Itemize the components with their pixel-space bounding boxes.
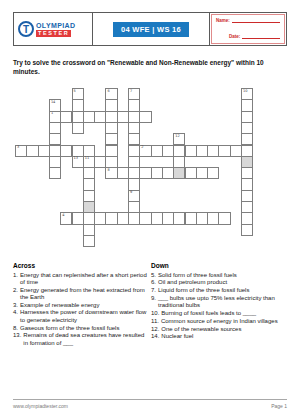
grid-cell[interactable] — [218, 212, 230, 224]
clue-item: 12.One of the renewable sources — [151, 326, 292, 333]
clue-number: 3 — [17, 146, 19, 150]
clue-item-text: Harnesses the power of downstream water … — [20, 309, 149, 324]
clue-number: 11 — [85, 157, 89, 161]
clue-item: 14.Nuclear fuel — [151, 333, 292, 340]
clue-number: 10 — [243, 90, 247, 94]
clue-item-number: 6. — [151, 279, 156, 286]
instructions-text: Try to solve the crossword on "Renewable… — [13, 59, 290, 76]
clue-number: 8 — [107, 169, 109, 173]
clue-item-number: 12. — [151, 326, 159, 333]
down-heading: Down — [151, 262, 292, 269]
worksheet-page: T OLYMPIAD TESTER 04 WFE | WS 16 Name: D… — [0, 0, 300, 420]
header: T OLYMPIAD TESTER 04 WFE | WS 16 Name: D… — [13, 12, 287, 46]
grid-cell[interactable] — [72, 122, 84, 134]
worksheet-code-badge: 04 WFE | WS 16 — [113, 22, 189, 37]
clue-number: 5 — [74, 90, 76, 94]
clue-item: 13.Remains of dead sea creatures have re… — [13, 332, 149, 347]
clue-item: 7.Liquid form of the three fossil fuels — [151, 287, 292, 294]
clue-item-text: Oil and petroleum product — [158, 279, 292, 286]
clue-item-text: Burning of fossil fuels leads to ____ — [161, 310, 292, 317]
clues-down-column: Down 5.Solid form of three fossil fuels6… — [149, 262, 292, 347]
clue-item-number: 4. — [13, 309, 18, 324]
clue-item-number: 8. — [13, 325, 18, 332]
clue-item: 3.Example of renewable energy — [13, 302, 149, 309]
clue-item-number: 5. — [151, 272, 156, 279]
grid-cell[interactable] — [105, 156, 117, 168]
logo-line-olympiad: OLYMPIAD — [36, 22, 76, 30]
grid-cell[interactable] — [72, 99, 84, 111]
clue-number: 14 — [51, 101, 55, 105]
grid-cell[interactable] — [83, 201, 95, 213]
grid-cell[interactable] — [128, 201, 140, 213]
clue-number: 4 — [62, 214, 64, 218]
clue-item-text: Example of renewable energy — [20, 302, 149, 309]
clue-item: 4.Harnesses the power of downstream wate… — [13, 309, 149, 324]
clue-item-text: Solid form of three fossil fuels — [158, 272, 292, 279]
clues-down-list: 5.Solid form of three fossil fuels6.Oil … — [151, 272, 292, 341]
clue-item: 9.___ bulbs use upto 75% less electricit… — [151, 295, 292, 310]
name-row: Name: — [216, 18, 280, 23]
clue-item: 6.Oil and petroleum product — [151, 279, 292, 286]
name-date-box: Name: Date: — [211, 14, 285, 44]
footer-divider — [13, 399, 287, 400]
grid-cell[interactable] — [105, 145, 117, 157]
footer-website: www.olympiadtester.com — [13, 403, 68, 409]
grid-cell[interactable] — [173, 156, 185, 168]
clue-item-text: Common source of energy in Indian villag… — [161, 318, 292, 325]
grid-cell[interactable] — [241, 224, 253, 236]
clues-across-column: Across 1.Energy that can replenished aft… — [13, 262, 149, 347]
date-label: Date: — [229, 34, 240, 39]
clues-section: Across 1.Energy that can replenished aft… — [13, 262, 292, 347]
grid-cell[interactable]: 14 — [49, 99, 61, 111]
clue-number: 13 — [74, 157, 78, 161]
clue-item-text: One of the renewable sources — [161, 326, 292, 333]
grid-cell[interactable] — [83, 235, 95, 247]
clue-item-text: ___ bulbs use upto 75% less electricity … — [158, 295, 292, 310]
name-date-section: Name: Date: — [210, 13, 286, 45]
clue-item-number: 13. — [13, 332, 21, 347]
header-title-section: 04 WFE | WS 16 — [93, 13, 210, 45]
logo-text: OLYMPIAD TESTER — [36, 22, 76, 37]
clue-item: 2.Energy generated from the heat extract… — [13, 287, 149, 302]
clue-item: 10.Burning of fossil fuels leads to ____ — [151, 310, 292, 317]
grid-cell[interactable] — [105, 99, 117, 111]
clue-number: 12 — [175, 135, 179, 139]
grid-cell[interactable] — [139, 111, 151, 123]
clue-item: 8.Gaseous form of the three fossil fuels — [13, 325, 149, 332]
clue-number: 9 — [130, 191, 132, 195]
grid-cell[interactable] — [128, 156, 140, 168]
grid-cell[interactable] — [49, 133, 61, 145]
date-blank-line[interactable] — [242, 34, 280, 39]
footer-page-number: Page 1 — [271, 403, 287, 409]
grid-cell[interactable] — [207, 167, 219, 179]
clue-item: 11.Common source of energy in Indian vil… — [151, 318, 292, 325]
clue-item-number: 9. — [151, 295, 156, 310]
clue-item-text: Energy generated from the heat extracted… — [20, 287, 149, 302]
clue-item-text: Gaseous form of the three fossil fuels — [20, 325, 149, 332]
clue-item: 1.Energy that can replenished after a sh… — [13, 272, 149, 287]
clue-item-number: 2. — [13, 287, 18, 302]
grid-cell[interactable]: 12 — [173, 133, 185, 145]
across-heading: Across — [13, 262, 149, 269]
clue-number: 2 — [141, 146, 143, 150]
logo-line-tester: TESTER — [36, 30, 71, 37]
date-row: Date: — [216, 34, 280, 39]
clue-item-number: 3. — [13, 302, 18, 309]
clue-number: 6 — [107, 90, 109, 94]
logo: T OLYMPIAD TESTER — [14, 13, 93, 45]
name-blank-line[interactable] — [232, 18, 280, 23]
name-label: Name: — [216, 18, 230, 23]
clue-number: 7 — [130, 90, 132, 94]
clue-item: 5.Solid form of three fossil fuels — [151, 272, 292, 279]
clue-number: 1 — [51, 112, 53, 116]
clue-item-text: Liquid form of the three fossil fuels — [158, 287, 292, 294]
grid-cell[interactable] — [128, 99, 140, 111]
crossword-grid: 1234813115679101214 — [15, 88, 255, 250]
clue-item-number: 7. — [151, 287, 156, 294]
grid-cell[interactable] — [241, 133, 253, 145]
clue-item-text: Remains of dead sea creatures have resul… — [23, 332, 149, 347]
clue-item-text: Energy that can replenished after a shor… — [20, 272, 149, 287]
clues-across-list: 1.Energy that can replenished after a sh… — [13, 272, 149, 347]
clue-item-number: 14. — [151, 333, 159, 340]
clue-item-text: Nuclear fuel — [161, 333, 292, 340]
clue-item-number: 1. — [13, 272, 18, 287]
grid-cell[interactable] — [49, 167, 61, 179]
clue-item-number: 10. — [151, 310, 159, 317]
clue-item-number: 11. — [151, 318, 159, 325]
logo-icon: T — [18, 21, 34, 37]
